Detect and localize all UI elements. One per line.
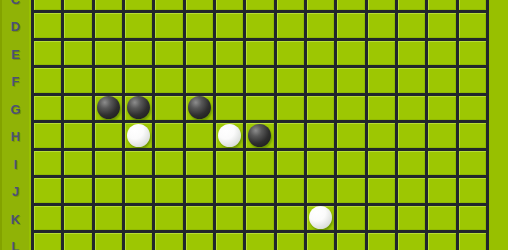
black-stone-G6 bbox=[188, 96, 211, 119]
board-cell-D8[interactable] bbox=[246, 13, 276, 41]
board-cell-C11[interactable] bbox=[337, 0, 367, 13]
board-cell-F10[interactable] bbox=[307, 68, 337, 96]
board-cell-J4[interactable] bbox=[125, 178, 155, 206]
board-cell-I9[interactable] bbox=[277, 151, 307, 179]
board-cell-H5[interactable] bbox=[155, 123, 185, 151]
board-cell-G12[interactable] bbox=[368, 96, 398, 124]
board-cell-F14[interactable] bbox=[428, 68, 458, 96]
board-cell-H14[interactable] bbox=[428, 123, 458, 151]
board-cell-I8[interactable] bbox=[246, 151, 276, 179]
board-cell-D15[interactable] bbox=[459, 13, 489, 41]
board-cell-K7[interactable] bbox=[216, 206, 246, 234]
board-cell-L15[interactable] bbox=[459, 233, 489, 250]
board-cell-E11[interactable] bbox=[337, 41, 367, 69]
board-cell-H12[interactable] bbox=[368, 123, 398, 151]
board-cell-H15[interactable] bbox=[459, 123, 489, 151]
board-cell-C7[interactable] bbox=[216, 0, 246, 13]
board-cell-H7[interactable] bbox=[216, 123, 246, 151]
board-cell-J8[interactable] bbox=[246, 178, 276, 206]
row-label-L: L bbox=[2, 238, 29, 250]
row-label-J: J bbox=[2, 183, 29, 200]
game-window: CDEFGHIJKL bbox=[0, 0, 508, 250]
board-cell-I7[interactable] bbox=[216, 151, 246, 179]
board-cell-J3[interactable] bbox=[95, 178, 125, 206]
board-cell-C1[interactable] bbox=[34, 0, 64, 13]
board-cell-E9[interactable] bbox=[277, 41, 307, 69]
board-cell-G11[interactable] bbox=[337, 96, 367, 124]
board-cell-E10[interactable] bbox=[307, 41, 337, 69]
row-label-K: K bbox=[2, 211, 29, 228]
row-label-E: E bbox=[2, 46, 29, 63]
row-label-D: D bbox=[2, 18, 29, 35]
board-cell-F2[interactable] bbox=[64, 68, 94, 96]
white-stone-K10 bbox=[309, 206, 332, 229]
board-cell-D6[interactable] bbox=[186, 13, 216, 41]
board-cell-D7[interactable] bbox=[216, 13, 246, 41]
board-cell-H8[interactable] bbox=[246, 123, 276, 151]
board-cell-L5[interactable] bbox=[155, 233, 185, 250]
board-cell-L3[interactable] bbox=[95, 233, 125, 250]
board-cell-E12[interactable] bbox=[368, 41, 398, 69]
board-cell-L4[interactable] bbox=[125, 233, 155, 250]
board-cell-I14[interactable] bbox=[428, 151, 458, 179]
board-cell-F4[interactable] bbox=[125, 68, 155, 96]
board-cell-I4[interactable] bbox=[125, 151, 155, 179]
row-label-H: H bbox=[2, 128, 29, 145]
board-cell-K3[interactable] bbox=[95, 206, 125, 234]
board-cell-L7[interactable] bbox=[216, 233, 246, 250]
board-cell-C10[interactable] bbox=[307, 0, 337, 13]
board-cell-D5[interactable] bbox=[155, 13, 185, 41]
board-cell-L6[interactable] bbox=[186, 233, 216, 250]
board-cell-G7[interactable] bbox=[216, 96, 246, 124]
board-cell-H10[interactable] bbox=[307, 123, 337, 151]
board-cell-K2[interactable] bbox=[64, 206, 94, 234]
board-cell-J7[interactable] bbox=[216, 178, 246, 206]
board-cell-H11[interactable] bbox=[337, 123, 367, 151]
board-cell-F8[interactable] bbox=[246, 68, 276, 96]
board-cell-K13[interactable] bbox=[398, 206, 428, 234]
row-label-G: G bbox=[2, 101, 29, 118]
board-cell-F9[interactable] bbox=[277, 68, 307, 96]
board-cell-K12[interactable] bbox=[368, 206, 398, 234]
row-label-F: F bbox=[2, 73, 29, 90]
board-cell-L10[interactable] bbox=[307, 233, 337, 250]
board-cell-K15[interactable] bbox=[459, 206, 489, 234]
board-cell-K9[interactable] bbox=[277, 206, 307, 234]
board-cell-G2[interactable] bbox=[64, 96, 94, 124]
board-cell-K8[interactable] bbox=[246, 206, 276, 234]
board-cell-F13[interactable] bbox=[398, 68, 428, 96]
board-cell-D11[interactable] bbox=[337, 13, 367, 41]
board-cell-L9[interactable] bbox=[277, 233, 307, 250]
board-cell-E6[interactable] bbox=[186, 41, 216, 69]
gomoku-board bbox=[31, 0, 489, 250]
board-cell-G10[interactable] bbox=[307, 96, 337, 124]
board-cell-C2[interactable] bbox=[64, 0, 94, 13]
white-stone-H7 bbox=[218, 124, 241, 147]
board-cell-D1[interactable] bbox=[34, 13, 64, 41]
board-cell-J15[interactable] bbox=[459, 178, 489, 206]
board-cell-E5[interactable] bbox=[155, 41, 185, 69]
board-cell-D12[interactable] bbox=[368, 13, 398, 41]
board-cell-G9[interactable] bbox=[277, 96, 307, 124]
board-cell-K1[interactable] bbox=[34, 206, 64, 234]
board-cell-G6[interactable] bbox=[186, 96, 216, 124]
board-cell-J13[interactable] bbox=[398, 178, 428, 206]
board-cell-G15[interactable] bbox=[459, 96, 489, 124]
board-cell-E1[interactable] bbox=[34, 41, 64, 69]
board-cell-E3[interactable] bbox=[95, 41, 125, 69]
board-cell-E8[interactable] bbox=[246, 41, 276, 69]
board-cell-G1[interactable] bbox=[34, 96, 64, 124]
board-cell-D10[interactable] bbox=[307, 13, 337, 41]
board-cell-G13[interactable] bbox=[398, 96, 428, 124]
board-cell-E4[interactable] bbox=[125, 41, 155, 69]
board-cell-G5[interactable] bbox=[155, 96, 185, 124]
board-cell-I12[interactable] bbox=[368, 151, 398, 179]
board-cell-I10[interactable] bbox=[307, 151, 337, 179]
board-cell-H3[interactable] bbox=[95, 123, 125, 151]
board-cell-K14[interactable] bbox=[428, 206, 458, 234]
board-cell-E7[interactable] bbox=[216, 41, 246, 69]
black-stone-H8 bbox=[248, 124, 271, 147]
board-cell-E14[interactable] bbox=[428, 41, 458, 69]
row-label-I: I bbox=[2, 156, 29, 173]
board-cell-H1[interactable] bbox=[34, 123, 64, 151]
board-cell-E13[interactable] bbox=[398, 41, 428, 69]
board-cell-H2[interactable] bbox=[64, 123, 94, 151]
board-cell-G3[interactable] bbox=[95, 96, 125, 124]
board-cell-I15[interactable] bbox=[459, 151, 489, 179]
board-cell-J11[interactable] bbox=[337, 178, 367, 206]
board-cell-D2[interactable] bbox=[64, 13, 94, 41]
board-cell-J2[interactable] bbox=[64, 178, 94, 206]
board-cell-C8[interactable] bbox=[246, 0, 276, 13]
black-stone-G3 bbox=[97, 96, 120, 119]
board-cell-J12[interactable] bbox=[368, 178, 398, 206]
board-cell-I3[interactable] bbox=[95, 151, 125, 179]
board-cell-F11[interactable] bbox=[337, 68, 367, 96]
board-cell-C3[interactable] bbox=[95, 0, 125, 13]
black-stone-G4 bbox=[127, 96, 150, 119]
board-cell-D3[interactable] bbox=[95, 13, 125, 41]
board-cell-K11[interactable] bbox=[337, 206, 367, 234]
board-cell-J10[interactable] bbox=[307, 178, 337, 206]
board-cell-I2[interactable] bbox=[64, 151, 94, 179]
board-cell-I5[interactable] bbox=[155, 151, 185, 179]
row-label-C: C bbox=[2, 0, 29, 8]
board-cell-G8[interactable] bbox=[246, 96, 276, 124]
board-cell-J5[interactable] bbox=[155, 178, 185, 206]
board-cell-L13[interactable] bbox=[398, 233, 428, 250]
board-cell-I13[interactable] bbox=[398, 151, 428, 179]
board-cell-E15[interactable] bbox=[459, 41, 489, 69]
board-cell-L1[interactable] bbox=[34, 233, 64, 250]
board-cell-J14[interactable] bbox=[428, 178, 458, 206]
board-cell-L14[interactable] bbox=[428, 233, 458, 250]
board-cell-J6[interactable] bbox=[186, 178, 216, 206]
board-cell-F5[interactable] bbox=[155, 68, 185, 96]
board-cell-L11[interactable] bbox=[337, 233, 367, 250]
board-cell-F1[interactable] bbox=[34, 68, 64, 96]
board-cell-F12[interactable] bbox=[368, 68, 398, 96]
row-label-strip: CDEFGHIJKL bbox=[0, 0, 29, 250]
board-cell-H4[interactable] bbox=[125, 123, 155, 151]
board-cell-C13[interactable] bbox=[398, 0, 428, 13]
board-cell-D14[interactable] bbox=[428, 13, 458, 41]
board-cell-C15[interactable] bbox=[459, 0, 489, 13]
board-cell-C12[interactable] bbox=[368, 0, 398, 13]
board-cell-C4[interactable] bbox=[125, 0, 155, 13]
board-cell-J1[interactable] bbox=[34, 178, 64, 206]
board-cell-K5[interactable] bbox=[155, 206, 185, 234]
board-cell-C9[interactable] bbox=[277, 0, 307, 13]
board-cell-K4[interactable] bbox=[125, 206, 155, 234]
board-cell-D13[interactable] bbox=[398, 13, 428, 41]
board-cell-L8[interactable] bbox=[246, 233, 276, 250]
white-stone-H4 bbox=[127, 124, 150, 147]
board-cell-K10[interactable] bbox=[307, 206, 337, 234]
board-cell-C5[interactable] bbox=[155, 0, 185, 13]
board-cell-K6[interactable] bbox=[186, 206, 216, 234]
board-cell-H9[interactable] bbox=[277, 123, 307, 151]
board-cell-F6[interactable] bbox=[186, 68, 216, 96]
board-cell-F7[interactable] bbox=[216, 68, 246, 96]
board-cell-I1[interactable] bbox=[34, 151, 64, 179]
board-cell-J9[interactable] bbox=[277, 178, 307, 206]
board-cell-E2[interactable] bbox=[64, 41, 94, 69]
board-cell-I6[interactable] bbox=[186, 151, 216, 179]
board-cell-C6[interactable] bbox=[186, 0, 216, 13]
board-cell-G4[interactable] bbox=[125, 96, 155, 124]
board-cell-I11[interactable] bbox=[337, 151, 367, 179]
board-cell-H6[interactable] bbox=[186, 123, 216, 151]
board-cell-L2[interactable] bbox=[64, 233, 94, 250]
board-cell-L12[interactable] bbox=[368, 233, 398, 250]
board-cell-G14[interactable] bbox=[428, 96, 458, 124]
board-cell-C14[interactable] bbox=[428, 0, 458, 13]
board-cell-D4[interactable] bbox=[125, 13, 155, 41]
board-cell-H13[interactable] bbox=[398, 123, 428, 151]
board-cell-F15[interactable] bbox=[459, 68, 489, 96]
board-cell-F3[interactable] bbox=[95, 68, 125, 96]
board-cell-D9[interactable] bbox=[277, 13, 307, 41]
